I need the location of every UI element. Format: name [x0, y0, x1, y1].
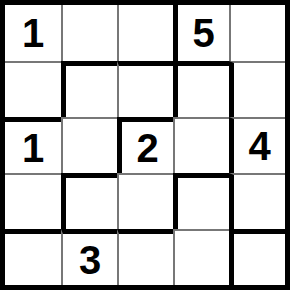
given-number: 1	[22, 13, 44, 53]
cell-r1c3[interactable]	[117, 5, 173, 61]
cell-r3c4[interactable]	[173, 117, 229, 173]
puzzle-page: 151243	[0, 0, 290, 290]
cell-r2c3[interactable]	[117, 61, 173, 117]
cell-r1c5[interactable]	[229, 5, 285, 61]
cell-r4c5[interactable]	[229, 173, 285, 229]
cell-r3c3: 2	[117, 117, 173, 173]
cell-r3c1: 1	[5, 117, 61, 173]
cell-r5c1[interactable]	[5, 229, 61, 285]
given-number: 2	[136, 128, 158, 168]
cell-r5c5[interactable]	[229, 229, 285, 285]
cell-r2c5[interactable]	[229, 61, 285, 117]
cell-r2c1[interactable]	[5, 61, 61, 117]
cell-r2c4[interactable]	[173, 61, 229, 117]
cell-r4c4[interactable]	[173, 173, 229, 229]
cell-r1c1: 1	[5, 5, 61, 61]
cell-r5c4[interactable]	[173, 229, 229, 285]
cell-r3c5: 4	[229, 117, 285, 173]
cell-r1c4: 5	[173, 5, 229, 61]
cell-r4c1[interactable]	[5, 173, 61, 229]
cell-r5c2: 3	[61, 229, 117, 285]
cell-r4c2[interactable]	[61, 173, 117, 229]
cell-r4c3[interactable]	[117, 173, 173, 229]
cell-r5c3[interactable]	[117, 229, 173, 285]
cell-r1c2[interactable]	[61, 5, 117, 61]
cell-r2c2[interactable]	[61, 61, 117, 117]
given-number: 4	[248, 126, 270, 166]
given-number: 5	[192, 13, 214, 53]
given-number: 3	[79, 240, 101, 280]
given-number: 1	[22, 128, 44, 168]
board: 151243	[0, 0, 290, 290]
cell-r3c2[interactable]	[61, 117, 117, 173]
